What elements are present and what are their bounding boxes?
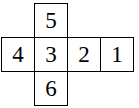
cube-net-board: 5 4 3 2 1 6 [0, 0, 139, 108]
net-cell-mid-2: 2 [67, 37, 101, 72]
net-cell-bottom-6: 6 [34, 71, 68, 106]
net-cell-center-3: 3 [34, 37, 68, 72]
net-cell-left-4: 4 [1, 37, 35, 72]
net-cell-top-5: 5 [34, 3, 68, 38]
net-cell-right-1: 1 [100, 37, 134, 72]
